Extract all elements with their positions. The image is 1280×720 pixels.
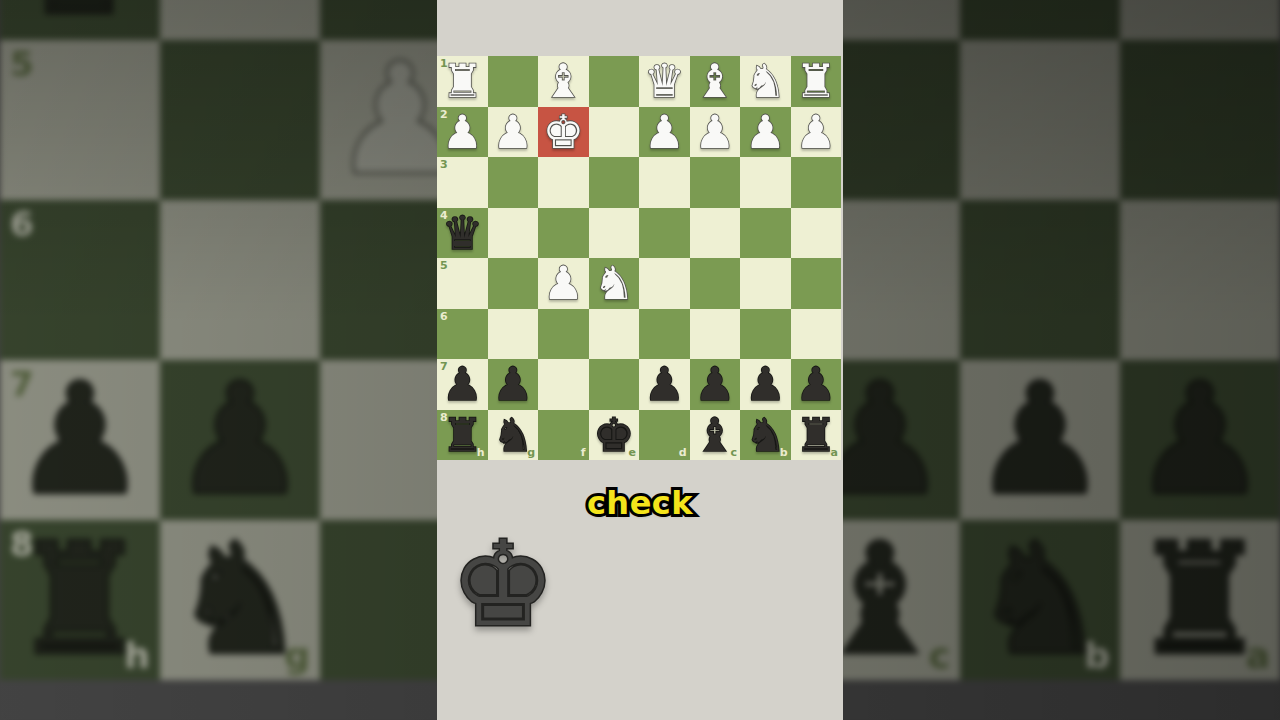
square-a8[interactable]: a♜ <box>791 410 842 461</box>
square-f1[interactable]: ♝ <box>538 56 589 107</box>
piece-wP-d2[interactable]: ♟ <box>639 107 690 158</box>
square-h7[interactable]: 7♟ <box>437 359 488 410</box>
square-g4[interactable] <box>488 208 539 259</box>
square-e6[interactable] <box>589 309 640 360</box>
square-b3[interactable] <box>740 157 791 208</box>
bg-square-g5 <box>160 40 320 200</box>
square-b4[interactable] <box>740 208 791 259</box>
piece-bN-b8-bg: ♞ <box>960 520 1120 680</box>
piece-bN-g8[interactable]: ♞ <box>488 410 539 461</box>
square-h6[interactable]: 6 <box>437 309 488 360</box>
file-label-d: d <box>679 446 687 459</box>
piece-wN-e5[interactable]: ♞ <box>589 258 640 309</box>
bg-square-h8: 8h♜ <box>0 520 160 680</box>
square-b7[interactable]: ♟ <box>740 359 791 410</box>
chess-board: 1♜♝♛♝♞♜2♟♟♚♟♟♟♟34♛5♟♞67♟♟♟♟♟♟8h♜g♞fe♚dc♝… <box>437 56 841 460</box>
piece-bP-a7-bg: ♟ <box>1120 360 1280 520</box>
square-d3[interactable] <box>639 157 690 208</box>
square-b5[interactable] <box>740 258 791 309</box>
piece-wP-h2[interactable]: ♟ <box>437 107 488 158</box>
square-e2[interactable] <box>589 107 640 158</box>
square-d1[interactable]: ♛ <box>639 56 690 107</box>
piece-bP-b7[interactable]: ♟ <box>740 359 791 410</box>
square-a6[interactable] <box>791 309 842 360</box>
piece-wP-g2[interactable]: ♟ <box>488 107 539 158</box>
piece-bP-g7[interactable]: ♟ <box>488 359 539 410</box>
square-g6[interactable] <box>488 309 539 360</box>
square-g2[interactable]: ♟ <box>488 107 539 158</box>
square-d6[interactable] <box>639 309 690 360</box>
square-h4[interactable]: 4♛ <box>437 208 488 259</box>
square-f7[interactable] <box>538 359 589 410</box>
bg-square-b4 <box>960 0 1120 40</box>
bg-square-h7: 7♟ <box>0 360 160 520</box>
square-f4[interactable] <box>538 208 589 259</box>
video-strip: 1♜♝♛♝♞♜2♟♟♚♟♟♟♟34♛5♟♞67♟♟♟♟♟♟8h♜g♞fe♚dc♝… <box>437 0 843 720</box>
piece-bQ-h4-bg: ♛ <box>0 0 160 40</box>
square-a2[interactable]: ♟ <box>791 107 842 158</box>
square-g1[interactable] <box>488 56 539 107</box>
rank-label-3: 3 <box>440 158 448 171</box>
square-g5[interactable] <box>488 258 539 309</box>
piece-bP-b7-bg: ♟ <box>960 360 1120 520</box>
bg-square-g6 <box>160 200 320 360</box>
square-e8[interactable]: e♚ <box>589 410 640 461</box>
piece-bP-g7-bg: ♟ <box>160 360 320 520</box>
bg-square-a4 <box>1120 0 1280 40</box>
file-label-f: f <box>581 446 586 459</box>
square-b6[interactable] <box>740 309 791 360</box>
rank-label-5: 5 <box>10 44 34 84</box>
piece-wP-c2[interactable]: ♟ <box>690 107 741 158</box>
piece-wR-a1[interactable]: ♜ <box>791 56 842 107</box>
piece-wB-c1[interactable]: ♝ <box>690 56 741 107</box>
rank-label-6: 6 <box>10 204 34 244</box>
piece-wP-a2[interactable]: ♟ <box>791 107 842 158</box>
rank-label-5: 5 <box>440 259 448 272</box>
square-g8[interactable]: g♞ <box>488 410 539 461</box>
bg-square-g4 <box>160 0 320 40</box>
square-f6[interactable] <box>538 309 589 360</box>
piece-bP-h7-bg: ♟ <box>0 360 160 520</box>
square-a5[interactable] <box>791 258 842 309</box>
bg-square-h5: 5 <box>0 40 160 200</box>
square-b1[interactable]: ♞ <box>740 56 791 107</box>
piece-wB-f1[interactable]: ♝ <box>538 56 589 107</box>
rank-label-6: 6 <box>440 310 448 323</box>
square-d2[interactable]: ♟ <box>639 107 690 158</box>
bg-square-g8: g♞ <box>160 520 320 680</box>
square-e4[interactable] <box>589 208 640 259</box>
square-a1[interactable]: ♜ <box>791 56 842 107</box>
square-d5[interactable] <box>639 258 690 309</box>
square-c1[interactable]: ♝ <box>690 56 741 107</box>
square-d8[interactable]: d <box>639 410 690 461</box>
black-king-icon: ♚ <box>450 525 556 643</box>
bg-square-b6 <box>960 200 1120 360</box>
square-c8[interactable]: c♝ <box>690 410 741 461</box>
bg-square-a8: a♜ <box>1120 520 1280 680</box>
bg-square-b5 <box>960 40 1120 200</box>
piece-bR-a8-bg: ♜ <box>1120 520 1280 680</box>
piece-bR-h8[interactable]: ♜ <box>437 410 488 461</box>
square-a4[interactable] <box>791 208 842 259</box>
square-a3[interactable] <box>791 157 842 208</box>
piece-bP-d7[interactable]: ♟ <box>639 359 690 410</box>
piece-bK-e8[interactable]: ♚ <box>589 410 640 461</box>
square-d7[interactable]: ♟ <box>639 359 690 410</box>
piece-bR-h8-bg: ♜ <box>0 520 160 680</box>
square-h1[interactable]: 1♜ <box>437 56 488 107</box>
square-g3[interactable] <box>488 157 539 208</box>
square-c7[interactable]: ♟ <box>690 359 741 410</box>
piece-wN-b1[interactable]: ♞ <box>740 56 791 107</box>
square-c3[interactable] <box>690 157 741 208</box>
bg-square-b8: b♞ <box>960 520 1120 680</box>
square-e3[interactable] <box>589 157 640 208</box>
square-h8[interactable]: 8h♜ <box>437 410 488 461</box>
square-c5[interactable] <box>690 258 741 309</box>
bg-square-h4: ♛ <box>0 0 160 40</box>
piece-bN-b8[interactable]: ♞ <box>740 410 791 461</box>
bg-square-a7: ♟ <box>1120 360 1280 520</box>
king-graphic: ♚ <box>423 518 583 650</box>
square-c2[interactable]: ♟ <box>690 107 741 158</box>
piece-wP-b2[interactable]: ♟ <box>740 107 791 158</box>
piece-bP-h7[interactable]: ♟ <box>437 359 488 410</box>
bg-square-a6 <box>1120 200 1280 360</box>
piece-wP-f5[interactable]: ♟ <box>538 258 589 309</box>
bg-square-h6: 6 <box>0 200 160 360</box>
video-frame: ♛5♟♞67♟♟♟♟♟♟8h♜g♞fe♚dc♝b♞a♜ 1♜♝♛♝♞♜2♟♟♚♟… <box>0 0 1280 720</box>
piece-bN-g8-bg: ♞ <box>160 520 320 680</box>
square-h2[interactable]: 2♟ <box>437 107 488 158</box>
piece-wK-f2[interactable]: ♚ <box>538 107 589 158</box>
square-f2[interactable]: ♚ <box>538 107 589 158</box>
piece-bR-a8[interactable]: ♜ <box>791 410 842 461</box>
bg-square-b7: ♟ <box>960 360 1120 520</box>
square-f8[interactable]: f <box>538 410 589 461</box>
piece-wR-h1[interactable]: ♜ <box>437 56 488 107</box>
square-b2[interactable]: ♟ <box>740 107 791 158</box>
bg-square-a5 <box>1120 40 1280 200</box>
square-a7[interactable]: ♟ <box>791 359 842 410</box>
square-e5[interactable]: ♞ <box>589 258 640 309</box>
piece-bP-a7[interactable]: ♟ <box>791 359 842 410</box>
piece-wQ-d1[interactable]: ♛ <box>639 56 690 107</box>
piece-bP-c7[interactable]: ♟ <box>690 359 741 410</box>
square-h3[interactable]: 3 <box>437 157 488 208</box>
piece-bB-c8[interactable]: ♝ <box>690 410 741 461</box>
square-e1[interactable] <box>589 56 640 107</box>
square-e7[interactable] <box>589 359 640 410</box>
square-f5[interactable]: ♟ <box>538 258 589 309</box>
square-f3[interactable] <box>538 157 589 208</box>
square-h5[interactable]: 5 <box>437 258 488 309</box>
bg-square-g7: ♟ <box>160 360 320 520</box>
square-c6[interactable] <box>690 309 741 360</box>
square-d4[interactable] <box>639 208 690 259</box>
square-g7[interactable]: ♟ <box>488 359 539 410</box>
square-c4[interactable] <box>690 208 741 259</box>
piece-bQ-h4[interactable]: ♛ <box>437 208 488 259</box>
square-b8[interactable]: b♞ <box>740 410 791 461</box>
